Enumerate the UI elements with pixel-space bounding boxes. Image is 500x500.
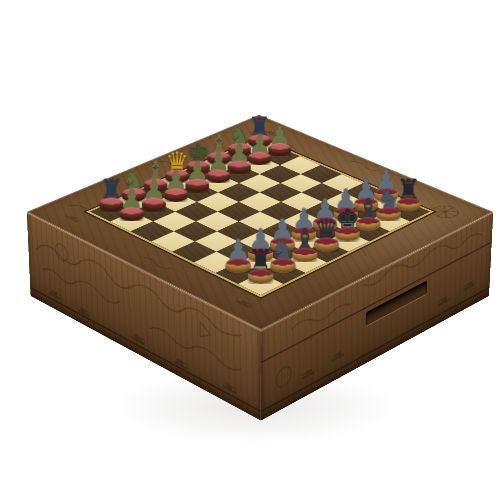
piece-black-rook[interactable]: ♜ (246, 234, 276, 284)
piece-white-pawn[interactable]: ♟ (118, 174, 146, 221)
scene-3d: ♜♟♞♟♝♟♚♟♛♟♝♟♟♞♜♟♟♜♞♟♟♝♟♚♟♛♟♝♟♞♟♜ (0, 0, 500, 500)
product-photo: ♜♟♞♟♝♟♚♟♛♟♝♟♟♞♜♟♟♜♞♟♟♝♟♚♟♛♟♝♟♞♟♜ (0, 0, 500, 500)
piece-base (120, 207, 144, 221)
chess-box: ♜♟♞♟♝♟♚♟♛♟♝♟♟♞♜♟♟♜♞♟♟♝♟♚♟♛♟♝♟♞♟♜ (27, 115, 494, 330)
piece-base (248, 269, 274, 284)
